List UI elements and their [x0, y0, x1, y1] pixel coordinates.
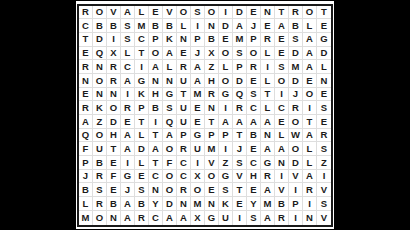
cell-r14c2[interactable]: S	[93, 183, 107, 197]
cell-r14c7[interactable]: O	[163, 183, 177, 197]
cell-r11c2[interactable]: U	[93, 142, 107, 156]
cell-r11c10[interactable]: M	[205, 142, 219, 156]
cell-r9c4[interactable]: E	[121, 115, 135, 129]
cell-r7c15[interactable]: I	[275, 88, 289, 102]
cell-r5c2[interactable]: N	[93, 60, 107, 74]
cell-r9c5[interactable]: T	[135, 115, 149, 129]
cell-r2c7[interactable]: B	[163, 19, 177, 33]
cell-r16c10[interactable]: G	[205, 211, 219, 225]
cell-r2c16[interactable]: B	[289, 19, 303, 33]
cell-r2c17[interactable]: L	[303, 19, 317, 33]
cell-r6c17[interactable]: E	[303, 74, 317, 88]
cell-r13c13[interactable]: H	[247, 170, 261, 184]
cell-r15c15[interactable]: B	[275, 197, 289, 211]
cell-r9c10[interactable]: T	[205, 115, 219, 129]
cell-r12c5[interactable]: L	[135, 156, 149, 170]
cell-r1c6[interactable]: E	[149, 6, 163, 20]
cell-r1c3[interactable]: V	[107, 6, 121, 20]
cell-r10c1[interactable]: Q	[79, 129, 93, 143]
cell-r1c16[interactable]: R	[289, 6, 303, 20]
cell-r8c7[interactable]: S	[163, 101, 177, 115]
cell-r12c12[interactable]: S	[233, 156, 247, 170]
cell-r14c5[interactable]: S	[135, 183, 149, 197]
cell-r3c6[interactable]: P	[149, 33, 163, 47]
cell-r10c11[interactable]: P	[219, 129, 233, 143]
cell-r8c16[interactable]: R	[289, 101, 303, 115]
cell-r2c9[interactable]: I	[191, 19, 205, 33]
cell-r3c11[interactable]: E	[219, 33, 233, 47]
cell-r1c8[interactable]: O	[177, 6, 191, 20]
cell-r14c9[interactable]: O	[191, 183, 205, 197]
cell-r13c16[interactable]: V	[289, 170, 303, 184]
cell-r13c11[interactable]: G	[219, 170, 233, 184]
cell-r2c3[interactable]: B	[107, 19, 121, 33]
cell-r12c11[interactable]: Z	[219, 156, 233, 170]
cell-r2c14[interactable]: E	[261, 19, 275, 33]
cell-r15c6[interactable]: Y	[149, 197, 163, 211]
cell-r1c17[interactable]: O	[303, 6, 317, 20]
cell-r2c18[interactable]: E	[317, 19, 331, 33]
cell-r7c10[interactable]: R	[205, 88, 219, 102]
cell-r2c5[interactable]: M	[135, 19, 149, 33]
cell-r1c1[interactable]: R	[79, 6, 93, 20]
cell-r9c15[interactable]: E	[275, 115, 289, 129]
cell-r5c3[interactable]: R	[107, 60, 121, 74]
cell-r13c8[interactable]: C	[177, 170, 191, 184]
cell-r14c15[interactable]: V	[275, 183, 289, 197]
cell-r5c10[interactable]: Z	[205, 60, 219, 74]
cell-r7c11[interactable]: G	[219, 88, 233, 102]
cell-r14c4[interactable]: J	[121, 183, 135, 197]
cell-r10c13[interactable]: B	[247, 129, 261, 143]
cell-r14c3[interactable]: E	[107, 183, 121, 197]
puzzle-panel: ROVALEVOSOIDENTROTCBBSMBBLINDAJEABLETDIS…	[76, 1, 334, 229]
cell-r8c15[interactable]: C	[275, 101, 289, 115]
cell-r1c7[interactable]: V	[163, 6, 177, 20]
cell-r3c13[interactable]: P	[247, 33, 261, 47]
cell-r3c18[interactable]: G	[317, 33, 331, 47]
cell-r6c5[interactable]: G	[135, 74, 149, 88]
cell-r16c7[interactable]: A	[163, 211, 177, 225]
cell-r16c4[interactable]: A	[121, 211, 135, 225]
cell-r4c10[interactable]: X	[205, 47, 219, 61]
cell-r7c3[interactable]: N	[107, 88, 121, 102]
cell-r10c8[interactable]: P	[177, 129, 191, 143]
cell-r2c12[interactable]: A	[233, 19, 247, 33]
cell-r2c6[interactable]: B	[149, 19, 163, 33]
cell-r2c4[interactable]: S	[121, 19, 135, 33]
cell-r5c8[interactable]: R	[177, 60, 191, 74]
cell-r4c8[interactable]: E	[177, 47, 191, 61]
cell-r5c18[interactable]: L	[317, 60, 331, 74]
cell-r12c15[interactable]: N	[275, 156, 289, 170]
cell-r7c13[interactable]: S	[247, 88, 261, 102]
cell-r6c14[interactable]: L	[261, 74, 275, 88]
cell-r11c14[interactable]: A	[261, 142, 275, 156]
cell-r3c7[interactable]: K	[163, 33, 177, 47]
cell-r12c7[interactable]: F	[163, 156, 177, 170]
cell-r3c5[interactable]: C	[135, 33, 149, 47]
cell-r14c13[interactable]: E	[247, 183, 261, 197]
cell-r5c11[interactable]: L	[219, 60, 233, 74]
cell-r6c3[interactable]: R	[107, 74, 121, 88]
cell-r10c6[interactable]: T	[149, 129, 163, 143]
cell-r3c10[interactable]: B	[205, 33, 219, 47]
cell-r10c2[interactable]: O	[93, 129, 107, 143]
cell-r10c9[interactable]: G	[191, 129, 205, 143]
cell-r5c6[interactable]: A	[149, 60, 163, 74]
cell-r11c11[interactable]: I	[219, 142, 233, 156]
cell-r9c17[interactable]: T	[303, 115, 317, 129]
cell-r12c8[interactable]: C	[177, 156, 191, 170]
cell-r13c4[interactable]: G	[121, 170, 135, 184]
cell-r9c1[interactable]: A	[79, 115, 93, 129]
cell-r16c14[interactable]: A	[261, 211, 275, 225]
cell-r3c16[interactable]: S	[289, 33, 303, 47]
cell-r9c11[interactable]: A	[219, 115, 233, 129]
cell-r6c8[interactable]: U	[177, 74, 191, 88]
cell-r5c15[interactable]: S	[275, 60, 289, 74]
cell-r9c3[interactable]: D	[107, 115, 121, 129]
cell-r5c7[interactable]: L	[163, 60, 177, 74]
cell-r5c16[interactable]: M	[289, 60, 303, 74]
cell-r12c13[interactable]: C	[247, 156, 261, 170]
cell-r14c12[interactable]: T	[233, 183, 247, 197]
cell-r11c15[interactable]: A	[275, 142, 289, 156]
cell-r7c17[interactable]: O	[303, 88, 317, 102]
cell-r6c11[interactable]: O	[219, 74, 233, 88]
cell-r16c11[interactable]: U	[219, 211, 233, 225]
cell-r3c2[interactable]: D	[93, 33, 107, 47]
word-search-frame: ROVALEVOSOIDENTROTCBBSMBBLINDAJEABLETDIS…	[77, 4, 333, 227]
cell-r3c15[interactable]: E	[275, 33, 289, 47]
cell-r4c13[interactable]: O	[247, 47, 261, 61]
cell-r8c12[interactable]: R	[233, 101, 247, 115]
cell-r15c11[interactable]: K	[219, 197, 233, 211]
cell-r6c10[interactable]: H	[205, 74, 219, 88]
cell-r5c12[interactable]: P	[233, 60, 247, 74]
cell-r6c15[interactable]: O	[275, 74, 289, 88]
cell-r11c12[interactable]: J	[233, 142, 247, 156]
cell-r16c15[interactable]: R	[275, 211, 289, 225]
cell-r14c17[interactable]: R	[303, 183, 317, 197]
cell-r5c1[interactable]: R	[79, 60, 93, 74]
cell-r8c6[interactable]: B	[149, 101, 163, 115]
cell-r5c17[interactable]: A	[303, 60, 317, 74]
cell-r13c15[interactable]: I	[275, 170, 289, 184]
cell-r14c1[interactable]: B	[79, 183, 93, 197]
cell-r14c8[interactable]: R	[177, 183, 191, 197]
word-search-grid: ROVALEVOSOIDENTROTCBBSMBBLINDAJEABLETDIS…	[79, 6, 331, 225]
cell-r14c11[interactable]: S	[219, 183, 233, 197]
cell-r16c18[interactable]: V	[317, 211, 331, 225]
cell-r10c15[interactable]: L	[275, 129, 289, 143]
cell-r14c10[interactable]: E	[205, 183, 219, 197]
cell-r11c3[interactable]: T	[107, 142, 121, 156]
cell-r6c9[interactable]: A	[191, 74, 205, 88]
cell-r4c1[interactable]: E	[79, 47, 93, 61]
cell-r1c18[interactable]: T	[317, 6, 331, 20]
cell-r5c13[interactable]: R	[247, 60, 261, 74]
cell-r6c1[interactable]: N	[79, 74, 93, 88]
cell-r12c1[interactable]: P	[79, 156, 93, 170]
cell-r3c3[interactable]: I	[107, 33, 121, 47]
cell-r16c17[interactable]: N	[303, 211, 317, 225]
cell-r12c9[interactable]: I	[191, 156, 205, 170]
cell-r4c4[interactable]: L	[121, 47, 135, 61]
cell-r3c14[interactable]: R	[261, 33, 275, 47]
cell-r8c2[interactable]: K	[93, 101, 107, 115]
cell-r6c16[interactable]: D	[289, 74, 303, 88]
cell-r10c14[interactable]: N	[261, 129, 275, 143]
cell-r7c12[interactable]: Q	[233, 88, 247, 102]
cell-r4c14[interactable]: L	[261, 47, 275, 61]
cell-r13c6[interactable]: C	[149, 170, 163, 184]
cell-r14c6[interactable]: N	[149, 183, 163, 197]
cell-r6c6[interactable]: N	[149, 74, 163, 88]
cell-r13c10[interactable]: O	[205, 170, 219, 184]
cell-r10c18[interactable]: R	[317, 129, 331, 143]
cell-r12c10[interactable]: V	[205, 156, 219, 170]
cell-r7c14[interactable]: T	[261, 88, 275, 102]
cell-r9c9[interactable]: E	[191, 115, 205, 129]
cell-r16c6[interactable]: C	[149, 211, 163, 225]
cell-r13c9[interactable]: X	[191, 170, 205, 184]
cell-r8c13[interactable]: C	[247, 101, 261, 115]
cell-r2c10[interactable]: N	[205, 19, 219, 33]
cell-r6c18[interactable]: N	[317, 74, 331, 88]
cell-r12c18[interactable]: Z	[317, 156, 331, 170]
cell-r12c3[interactable]: E	[107, 156, 121, 170]
cell-r15c8[interactable]: N	[177, 197, 191, 211]
cell-r16c8[interactable]: A	[177, 211, 191, 225]
cell-r15c1[interactable]: L	[79, 197, 93, 211]
cell-r7c16[interactable]: J	[289, 88, 303, 102]
cell-r6c12[interactable]: D	[233, 74, 247, 88]
cell-r4c2[interactable]: Q	[93, 47, 107, 61]
cell-r11c13[interactable]: E	[247, 142, 261, 156]
cell-r9c14[interactable]: A	[261, 115, 275, 129]
cell-r7c6[interactable]: H	[149, 88, 163, 102]
cell-r3c17[interactable]: A	[303, 33, 317, 47]
cell-r9c18[interactable]: E	[317, 115, 331, 129]
cell-r4c15[interactable]: E	[275, 47, 289, 61]
cell-r5c9[interactable]: A	[191, 60, 205, 74]
cell-r3c1[interactable]: T	[79, 33, 93, 47]
cell-r7c7[interactable]: G	[163, 88, 177, 102]
cell-r3c8[interactable]: N	[177, 33, 191, 47]
cell-r11c7[interactable]: O	[163, 142, 177, 156]
cell-r16c1[interactable]: M	[79, 211, 93, 225]
cell-r8c11[interactable]: I	[219, 101, 233, 115]
cell-r10c4[interactable]: A	[121, 129, 135, 143]
cell-r9c13[interactable]: A	[247, 115, 261, 129]
cell-r1c11[interactable]: I	[219, 6, 233, 20]
cell-r13c12[interactable]: V	[233, 170, 247, 184]
cell-r1c4[interactable]: A	[121, 6, 135, 20]
cell-r1c10[interactable]: O	[205, 6, 219, 20]
cell-r7c4[interactable]: I	[121, 88, 135, 102]
cell-r9c12[interactable]: A	[233, 115, 247, 129]
screenshot-stage: ROVALEVOSOIDENTROTCBBSMBBLINDAJEABLETDIS…	[0, 0, 410, 230]
cell-r4c3[interactable]: X	[107, 47, 121, 61]
cell-r8c4[interactable]: R	[121, 101, 135, 115]
cell-r13c14[interactable]: R	[261, 170, 275, 184]
cell-r4c12[interactable]: S	[233, 47, 247, 61]
cell-r15c12[interactable]: E	[233, 197, 247, 211]
cell-r4c17[interactable]: A	[303, 47, 317, 61]
cell-r15c16[interactable]: P	[289, 197, 303, 211]
cell-r2c15[interactable]: A	[275, 19, 289, 33]
cell-r11c18[interactable]: S	[317, 142, 331, 156]
cell-r13c2[interactable]: R	[93, 170, 107, 184]
cell-r2c13[interactable]: J	[247, 19, 261, 33]
cell-r16c12[interactable]: I	[233, 211, 247, 225]
cell-r16c9[interactable]: X	[191, 211, 205, 225]
cell-r2c11[interactable]: D	[219, 19, 233, 33]
cell-r4c11[interactable]: O	[219, 47, 233, 61]
cell-r11c8[interactable]: R	[177, 142, 191, 156]
cell-r11c17[interactable]: L	[303, 142, 317, 156]
cell-r6c4[interactable]: A	[121, 74, 135, 88]
cell-r16c13[interactable]: S	[247, 211, 261, 225]
cell-r16c16[interactable]: I	[289, 211, 303, 225]
cell-r12c2[interactable]: B	[93, 156, 107, 170]
cell-r15c13[interactable]: Y	[247, 197, 261, 211]
cell-r15c10[interactable]: N	[205, 197, 219, 211]
cell-r5c14[interactable]: I	[261, 60, 275, 74]
cell-r4c9[interactable]: J	[191, 47, 205, 61]
cell-r6c7[interactable]: N	[163, 74, 177, 88]
cell-r11c5[interactable]: D	[135, 142, 149, 156]
cell-r16c3[interactable]: N	[107, 211, 121, 225]
cell-r7c18[interactable]: E	[317, 88, 331, 102]
cell-r13c18[interactable]: I	[317, 170, 331, 184]
cell-r8c17[interactable]: I	[303, 101, 317, 115]
cell-r13c3[interactable]: F	[107, 170, 121, 184]
cell-r15c3[interactable]: B	[107, 197, 121, 211]
cell-r11c6[interactable]: A	[149, 142, 163, 156]
cell-r4c6[interactable]: O	[149, 47, 163, 61]
cell-r15c9[interactable]: M	[191, 197, 205, 211]
cell-r4c7[interactable]: A	[163, 47, 177, 61]
cell-r3c12[interactable]: M	[233, 33, 247, 47]
cell-r10c12[interactable]: T	[233, 129, 247, 143]
cell-r7c2[interactable]: N	[93, 88, 107, 102]
cell-r4c18[interactable]: D	[317, 47, 331, 61]
cell-r2c1[interactable]: C	[79, 19, 93, 33]
cell-r12c6[interactable]: T	[149, 156, 163, 170]
cell-r15c2[interactable]: R	[93, 197, 107, 211]
cell-r14c18[interactable]: V	[317, 183, 331, 197]
cell-r9c8[interactable]: U	[177, 115, 191, 129]
cell-r13c5[interactable]: E	[135, 170, 149, 184]
cell-r12c16[interactable]: D	[289, 156, 303, 170]
cell-r9c2[interactable]: Z	[93, 115, 107, 129]
cell-r10c16[interactable]: W	[289, 129, 303, 143]
cell-r14c16[interactable]: I	[289, 183, 303, 197]
cell-r15c14[interactable]: M	[261, 197, 275, 211]
cell-r7c9[interactable]: M	[191, 88, 205, 102]
cell-r1c14[interactable]: N	[261, 6, 275, 20]
cell-r8c10[interactable]: N	[205, 101, 219, 115]
cell-r9c6[interactable]: I	[149, 115, 163, 129]
cell-r10c3[interactable]: H	[107, 129, 121, 143]
cell-r1c12[interactable]: D	[233, 6, 247, 20]
cell-r8c8[interactable]: U	[177, 101, 191, 115]
cell-r8c1[interactable]: R	[79, 101, 93, 115]
cell-r11c16[interactable]: O	[289, 142, 303, 156]
cell-r2c2[interactable]: B	[93, 19, 107, 33]
cell-r16c2[interactable]: O	[93, 211, 107, 225]
cell-r10c7[interactable]: A	[163, 129, 177, 143]
cell-r12c4[interactable]: I	[121, 156, 135, 170]
cell-r14c14[interactable]: A	[261, 183, 275, 197]
cell-r3c9[interactable]: P	[191, 33, 205, 47]
cell-r13c1[interactable]: J	[79, 170, 93, 184]
cell-r15c7[interactable]: D	[163, 197, 177, 211]
cell-r5c4[interactable]: C	[121, 60, 135, 74]
cell-r11c4[interactable]: A	[121, 142, 135, 156]
cell-r5c5[interactable]: I	[135, 60, 149, 74]
cell-r7c5[interactable]: K	[135, 88, 149, 102]
cell-r16c5[interactable]: R	[135, 211, 149, 225]
cell-r15c17[interactable]: I	[303, 197, 317, 211]
cell-r1c5[interactable]: L	[135, 6, 149, 20]
cell-r8c14[interactable]: L	[261, 101, 275, 115]
cell-r7c1[interactable]: E	[79, 88, 93, 102]
cell-r9c16[interactable]: O	[289, 115, 303, 129]
cell-r15c5[interactable]: B	[135, 197, 149, 211]
cell-r10c10[interactable]: P	[205, 129, 219, 143]
cell-r15c18[interactable]: S	[317, 197, 331, 211]
cell-r8c5[interactable]: P	[135, 101, 149, 115]
cell-r9c7[interactable]: Q	[163, 115, 177, 129]
cell-r1c15[interactable]: T	[275, 6, 289, 20]
cell-r12c17[interactable]: L	[303, 156, 317, 170]
cell-r8c9[interactable]: E	[191, 101, 205, 115]
cell-r15c4[interactable]: A	[121, 197, 135, 211]
cell-r1c13[interactable]: E	[247, 6, 261, 20]
cell-r13c17[interactable]: A	[303, 170, 317, 184]
cell-r6c13[interactable]: E	[247, 74, 261, 88]
cell-r10c17[interactable]: A	[303, 129, 317, 143]
cell-r4c16[interactable]: D	[289, 47, 303, 61]
cell-r11c9[interactable]: U	[191, 142, 205, 156]
cell-r4c5[interactable]: T	[135, 47, 149, 61]
cell-r7c8[interactable]: T	[177, 88, 191, 102]
cell-r11c1[interactable]: F	[79, 142, 93, 156]
cell-r10c5[interactable]: L	[135, 129, 149, 143]
cell-r12c14[interactable]: G	[261, 156, 275, 170]
cell-r1c2[interactable]: O	[93, 6, 107, 20]
cell-r8c3[interactable]: O	[107, 101, 121, 115]
cell-r1c9[interactable]: S	[191, 6, 205, 20]
cell-r2c8[interactable]: L	[177, 19, 191, 33]
cell-r6c2[interactable]: O	[93, 74, 107, 88]
cell-r13c7[interactable]: O	[163, 170, 177, 184]
cell-r8c18[interactable]: S	[317, 101, 331, 115]
cell-r3c4[interactable]: S	[121, 33, 135, 47]
